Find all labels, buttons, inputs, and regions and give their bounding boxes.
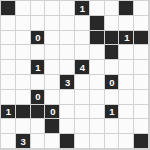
empty-cell-r1c5[interactable] [75, 16, 90, 31]
empty-cell-r2c4[interactable] [60, 31, 75, 46]
empty-cell-r2c0[interactable] [1, 31, 16, 46]
empty-cell-r0c7[interactable] [105, 1, 120, 16]
empty-cell-r3c3[interactable] [45, 45, 60, 60]
empty-cell-r4c6[interactable] [90, 60, 105, 75]
wall-cell-r1c6 [90, 16, 105, 31]
empty-cell-r1c4[interactable] [60, 16, 75, 31]
empty-cell-r5c6[interactable] [90, 75, 105, 90]
clue-wall-cell-r4c2: 1 [31, 60, 46, 75]
empty-cell-r6c1[interactable] [16, 90, 31, 105]
empty-cell-r1c3[interactable] [45, 16, 60, 31]
clue-wall-cell-r5c4: 3 [60, 75, 75, 90]
empty-cell-r5c1[interactable] [16, 75, 31, 90]
empty-cell-r7c4[interactable] [60, 105, 75, 120]
empty-cell-r8c4[interactable] [60, 119, 75, 134]
empty-cell-r6c9[interactable] [134, 90, 149, 105]
empty-cell-r8c0[interactable] [1, 119, 16, 134]
empty-cell-r6c3[interactable] [45, 90, 60, 105]
empty-cell-r3c4[interactable] [60, 45, 75, 60]
wall-cell-r0c0 [1, 1, 16, 16]
empty-cell-r7c6[interactable] [90, 105, 105, 120]
empty-cell-r6c8[interactable] [119, 90, 134, 105]
empty-cell-r0c3[interactable] [45, 1, 60, 16]
empty-cell-r1c1[interactable] [16, 16, 31, 31]
empty-cell-r9c3[interactable] [45, 134, 60, 149]
empty-cell-r3c0[interactable] [1, 45, 16, 60]
wall-cell-r0c8 [119, 1, 134, 16]
clue-wall-cell-r7c0: 1 [1, 105, 16, 120]
empty-cell-r6c6[interactable] [90, 90, 105, 105]
empty-cell-r9c0[interactable] [1, 134, 16, 149]
empty-cell-r9c8[interactable] [119, 134, 134, 149]
empty-cell-r5c0[interactable] [1, 75, 16, 90]
empty-cell-r0c4[interactable] [60, 1, 75, 16]
akari-board: 101143001013 [0, 0, 150, 150]
empty-cell-r7c8[interactable] [119, 105, 134, 120]
empty-cell-r3c8[interactable] [119, 45, 134, 60]
empty-cell-r5c9[interactable] [134, 75, 149, 90]
empty-cell-r6c5[interactable] [75, 90, 90, 105]
empty-cell-r1c8[interactable] [119, 16, 134, 31]
empty-cell-r3c1[interactable] [16, 45, 31, 60]
wall-cell-r7c1 [16, 105, 31, 120]
empty-cell-r6c4[interactable] [60, 90, 75, 105]
empty-cell-r0c1[interactable] [16, 1, 31, 16]
empty-cell-r4c0[interactable] [1, 60, 16, 75]
empty-cell-r0c6[interactable] [90, 1, 105, 16]
wall-cell-r8c3 [45, 119, 60, 134]
empty-cell-r9c5[interactable] [75, 134, 90, 149]
wall-cell-r7c2 [31, 105, 46, 120]
clue-wall-cell-r7c3: 0 [45, 105, 60, 120]
empty-cell-r7c9[interactable] [134, 105, 149, 120]
empty-cell-r8c1[interactable] [16, 119, 31, 134]
empty-cell-r9c2[interactable] [31, 134, 46, 149]
empty-cell-r5c2[interactable] [31, 75, 46, 90]
clue-wall-cell-r4c5: 4 [75, 60, 90, 75]
empty-cell-r6c7[interactable] [105, 90, 120, 105]
empty-cell-r7c5[interactable] [75, 105, 90, 120]
clue-wall-cell-r5c7: 0 [105, 75, 120, 90]
empty-cell-r5c8[interactable] [119, 75, 134, 90]
empty-cell-r6c0[interactable] [1, 90, 16, 105]
empty-cell-r8c5[interactable] [75, 119, 90, 134]
empty-cell-r8c8[interactable] [119, 119, 134, 134]
empty-cell-r4c1[interactable] [16, 60, 31, 75]
empty-cell-r2c1[interactable] [16, 31, 31, 46]
empty-cell-r5c3[interactable] [45, 75, 60, 90]
empty-cell-r1c9[interactable] [134, 16, 149, 31]
clue-wall-cell-r9c1: 3 [16, 134, 31, 149]
wall-cell-r2c6 [90, 31, 105, 46]
clue-wall-cell-r2c2: 0 [31, 31, 46, 46]
wall-cell-r9c4 [60, 134, 75, 149]
wall-cell-r3c7 [105, 45, 120, 60]
empty-cell-r4c3[interactable] [45, 60, 60, 75]
empty-cell-r2c3[interactable] [45, 31, 60, 46]
empty-cell-r9c7[interactable] [105, 134, 120, 149]
empty-cell-r8c6[interactable] [90, 119, 105, 134]
clue-wall-cell-r0c5: 1 [75, 1, 90, 16]
empty-cell-r3c2[interactable] [31, 45, 46, 60]
empty-cell-r3c6[interactable] [90, 45, 105, 60]
wall-cell-r2c7 [105, 31, 120, 46]
empty-cell-r4c7[interactable] [105, 60, 120, 75]
empty-cell-r4c9[interactable] [134, 60, 149, 75]
empty-cell-r9c6[interactable] [90, 134, 105, 149]
empty-cell-r8c7[interactable] [105, 119, 120, 134]
empty-cell-r1c7[interactable] [105, 16, 120, 31]
empty-cell-r2c5[interactable] [75, 31, 90, 46]
empty-cell-r1c0[interactable] [1, 16, 16, 31]
wall-cell-r9c9 [134, 134, 149, 149]
empty-cell-r0c2[interactable] [31, 1, 46, 16]
empty-cell-r8c9[interactable] [134, 119, 149, 134]
clue-wall-cell-r2c8: 1 [119, 31, 134, 46]
empty-cell-r0c9[interactable] [134, 1, 149, 16]
empty-cell-r4c8[interactable] [119, 60, 134, 75]
clue-wall-cell-r6c2: 0 [31, 90, 46, 105]
empty-cell-r4c4[interactable] [60, 60, 75, 75]
empty-cell-r1c2[interactable] [31, 16, 46, 31]
wall-cell-r2c9 [134, 31, 149, 46]
empty-cell-r8c2[interactable] [31, 119, 46, 134]
clue-wall-cell-r7c7: 1 [105, 105, 120, 120]
empty-cell-r3c5[interactable] [75, 45, 90, 60]
empty-cell-r3c9[interactable] [134, 45, 149, 60]
empty-cell-r5c5[interactable] [75, 75, 90, 90]
